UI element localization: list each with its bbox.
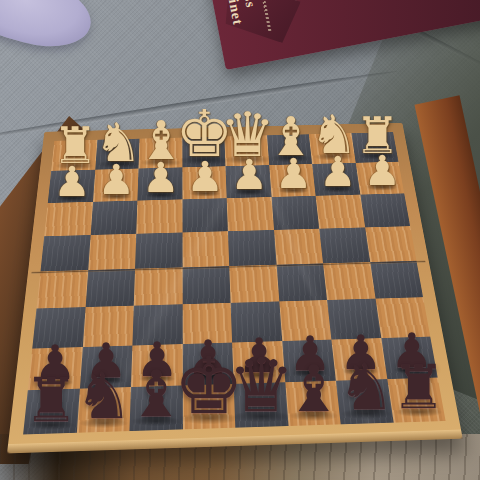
square-e4 xyxy=(182,231,229,267)
board-grid xyxy=(23,132,445,434)
square-c2 xyxy=(269,164,316,197)
square-e5 xyxy=(182,266,230,304)
square-h1 xyxy=(51,140,97,171)
square-e6 xyxy=(182,303,232,344)
square-d1 xyxy=(224,135,268,166)
square-c7 xyxy=(282,339,336,382)
square-b1 xyxy=(309,133,355,164)
square-c5 xyxy=(276,263,327,301)
square-g3 xyxy=(90,200,137,235)
square-e7 xyxy=(182,342,233,385)
square-h7 xyxy=(28,347,83,390)
square-d7 xyxy=(232,341,285,384)
square-a1 xyxy=(351,132,398,163)
square-h6 xyxy=(32,307,85,348)
square-f7 xyxy=(131,344,182,387)
square-g7 xyxy=(79,345,132,388)
square-g4 xyxy=(88,234,136,270)
square-f2 xyxy=(137,168,182,201)
square-c6 xyxy=(279,300,331,340)
square-d8 xyxy=(234,382,288,428)
square-a5 xyxy=(370,261,423,299)
chess-board xyxy=(7,123,463,454)
square-d4 xyxy=(228,230,276,266)
square-f6 xyxy=(132,304,182,345)
square-f5 xyxy=(134,267,182,305)
square-g2 xyxy=(93,169,139,202)
scene: Chess Cabinet ♜♞♝♛♚♝♞♜♟♟♟♟♟♟♟♟♟♟♟♟♟♟♟♟♜♞… xyxy=(0,0,480,480)
square-h4 xyxy=(40,235,90,272)
square-h2 xyxy=(48,170,95,203)
square-g5 xyxy=(85,269,135,308)
square-b6 xyxy=(327,299,381,339)
square-d2 xyxy=(225,165,271,198)
square-a6 xyxy=(375,297,430,337)
square-f3 xyxy=(136,199,182,234)
square-a7 xyxy=(381,336,438,379)
square-d6 xyxy=(231,302,282,343)
square-b4 xyxy=(319,227,370,263)
square-g8 xyxy=(76,387,131,433)
square-h3 xyxy=(44,201,92,236)
square-a3 xyxy=(360,193,410,227)
board-frame xyxy=(7,123,463,454)
square-e8 xyxy=(182,384,235,430)
square-c1 xyxy=(267,134,312,165)
square-b3 xyxy=(316,194,365,228)
square-g6 xyxy=(82,306,133,347)
square-h5 xyxy=(36,270,87,309)
square-b7 xyxy=(331,338,386,381)
square-b8 xyxy=(336,379,393,424)
square-f4 xyxy=(135,232,182,268)
square-g1 xyxy=(95,139,140,170)
square-a8 xyxy=(387,377,446,422)
square-d5 xyxy=(229,265,279,303)
square-c4 xyxy=(274,229,323,265)
square-d3 xyxy=(227,197,274,231)
square-c3 xyxy=(271,195,319,229)
square-b5 xyxy=(323,262,375,300)
square-e2 xyxy=(182,166,227,199)
box-title: Chess Cabinet xyxy=(219,0,268,64)
square-e3 xyxy=(182,198,228,232)
square-c8 xyxy=(285,380,341,426)
square-f1 xyxy=(138,138,182,169)
square-f8 xyxy=(129,385,182,431)
square-e1 xyxy=(182,136,225,167)
square-a2 xyxy=(355,162,404,194)
square-h8 xyxy=(23,388,79,434)
square-a4 xyxy=(365,226,417,262)
square-b2 xyxy=(312,163,360,195)
